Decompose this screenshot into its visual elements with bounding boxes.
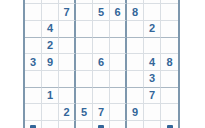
sudoku-cell-r4c8[interactable]	[144, 38, 161, 55]
given-digit: 1	[47, 90, 53, 101]
sudoku-cell-r9c1[interactable]	[25, 121, 42, 128]
sudoku-cell-r3c2[interactable]: 4	[42, 21, 59, 38]
sudoku-cell-r4c7[interactable]	[127, 38, 144, 55]
sudoku-cell-r4c6[interactable]	[110, 38, 127, 55]
sudoku-cell-r5c2[interactable]: 9	[42, 54, 59, 71]
given-digit: 8	[132, 7, 138, 18]
given-digit: 3	[30, 57, 36, 68]
given-digit: 6	[114, 7, 120, 18]
given-digit: 9	[47, 57, 53, 68]
given-digit: 8	[166, 57, 172, 68]
partial-cropped-digit	[167, 125, 173, 128]
sudoku-cell-r9c9[interactable]	[161, 121, 178, 128]
sudoku-cell-r6c5[interactable]	[93, 71, 110, 88]
sudoku-cell-r2c3[interactable]: 7	[59, 4, 76, 21]
given-digit: 9	[132, 107, 138, 118]
sudoku-cell-r2c5[interactable]: 5	[93, 4, 110, 21]
sudoku-cell-r7c6[interactable]	[110, 88, 127, 105]
sudoku-cell-r2c7[interactable]: 8	[127, 4, 144, 21]
sudoku-cell-r9c3[interactable]	[59, 121, 76, 128]
sudoku-cell-r4c3[interactable]	[59, 38, 76, 55]
sudoku-cell-r8c3[interactable]: 2	[59, 104, 76, 121]
sudoku-cell-r9c5[interactable]	[93, 121, 110, 128]
sudoku-cell-r3c1[interactable]	[25, 21, 42, 38]
sudoku-cell-r4c4[interactable]	[76, 38, 93, 55]
partial-cropped-digit	[30, 125, 36, 128]
sudoku-cell-r5c6[interactable]	[110, 54, 127, 71]
sudoku-cell-r2c8[interactable]	[144, 4, 161, 21]
sudoku-cell-r2c9[interactable]	[161, 4, 178, 21]
sudoku-cell-r5c3[interactable]	[59, 54, 76, 71]
sudoku-cell-r2c6[interactable]: 6	[110, 4, 127, 21]
given-digit: 2	[47, 40, 53, 51]
sudoku-cell-r4c2[interactable]: 2	[42, 38, 59, 55]
sudoku-cell-r5c5[interactable]: 6	[93, 54, 110, 71]
sudoku-cell-r6c4[interactable]	[76, 71, 93, 88]
sudoku-cell-r8c7[interactable]: 9	[127, 104, 144, 121]
given-digit: 6	[98, 57, 104, 68]
sudoku-cell-r3c9[interactable]	[161, 21, 178, 38]
given-digit: 3	[149, 73, 155, 84]
sudoku-cell-r8c6[interactable]	[110, 104, 127, 121]
sudoku-cell-r9c2[interactable]	[42, 121, 59, 128]
sudoku-cell-r5c7[interactable]	[127, 54, 144, 71]
sudoku-cell-r6c2[interactable]	[42, 71, 59, 88]
sudoku-cell-r3c8[interactable]: 2	[144, 21, 161, 38]
sudoku-cell-r2c1[interactable]	[25, 4, 42, 21]
sudoku-cell-r6c7[interactable]	[127, 71, 144, 88]
sudoku-cell-r9c7[interactable]	[127, 121, 144, 128]
sudoku-cell-r7c8[interactable]: 7	[144, 88, 161, 105]
sudoku-cell-r7c9[interactable]	[161, 88, 178, 105]
sudoku-cell-r5c9[interactable]: 8	[161, 54, 178, 71]
sudoku-cell-r2c2[interactable]	[42, 4, 59, 21]
given-digit: 7	[63, 7, 69, 18]
sudoku-cell-r8c4[interactable]: 5	[76, 104, 93, 121]
sudoku-cell-r5c4[interactable]	[76, 54, 93, 71]
given-digit: 7	[149, 90, 155, 101]
sudoku-cell-r6c3[interactable]	[59, 71, 76, 88]
sudoku-cell-r3c5[interactable]	[93, 21, 110, 38]
sudoku-cell-r7c1[interactable]	[25, 88, 42, 105]
sudoku-cell-r8c8[interactable]	[144, 104, 161, 121]
given-digit: 5	[81, 107, 87, 118]
sudoku-cell-r3c7[interactable]	[127, 21, 144, 38]
sudoku-cell-r6c6[interactable]	[110, 71, 127, 88]
sudoku-cell-r5c8[interactable]: 4	[144, 54, 161, 71]
sudoku-board: 7568422396483172579	[23, 0, 180, 128]
sudoku-cell-r5c1[interactable]: 3	[25, 54, 42, 71]
sudoku-cell-r7c2[interactable]: 1	[42, 88, 59, 105]
sudoku-cell-r4c1[interactable]	[25, 38, 42, 55]
given-digit: 5	[98, 7, 104, 18]
partial-cropped-digit	[98, 125, 104, 128]
sudoku-cell-r7c3[interactable]	[59, 88, 76, 105]
sudoku-cell-r9c8[interactable]	[144, 121, 161, 128]
sudoku-cell-r7c4[interactable]	[76, 88, 93, 105]
given-digit: 4	[47, 23, 53, 34]
sudoku-cell-r6c9[interactable]	[161, 71, 178, 88]
given-digit: 4	[149, 57, 155, 68]
sudoku-cell-r4c9[interactable]	[161, 38, 178, 55]
sudoku-cell-r6c8[interactable]: 3	[144, 71, 161, 88]
sudoku-thumbnail: 7568422396483172579	[0, 0, 205, 128]
sudoku-cell-r3c6[interactable]	[110, 21, 127, 38]
sudoku-cell-r4c5[interactable]	[93, 38, 110, 55]
given-digit: 7	[98, 107, 104, 118]
sudoku-cell-r6c1[interactable]	[25, 71, 42, 88]
sudoku-cell-r2c4[interactable]	[76, 4, 93, 21]
given-digit: 2	[63, 107, 69, 118]
sudoku-cell-r8c5[interactable]: 7	[93, 104, 110, 121]
sudoku-cell-r3c3[interactable]	[59, 21, 76, 38]
sudoku-cell-r9c4[interactable]	[76, 121, 93, 128]
sudoku-cell-r8c1[interactable]	[25, 104, 42, 121]
sudoku-cell-r8c9[interactable]	[161, 104, 178, 121]
given-digit: 2	[149, 23, 155, 34]
sudoku-cell-r9c6[interactable]	[110, 121, 127, 128]
sudoku-cell-r8c2[interactable]	[42, 104, 59, 121]
sudoku-cell-r3c4[interactable]	[76, 21, 93, 38]
sudoku-cell-r7c7[interactable]	[127, 88, 144, 105]
sudoku-cell-r7c5[interactable]	[93, 88, 110, 105]
